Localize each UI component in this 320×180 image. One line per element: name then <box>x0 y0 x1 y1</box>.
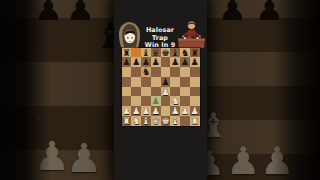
square-h4[interactable] <box>190 87 200 97</box>
white-pawn-e4: ♟ <box>161 87 169 96</box>
square-a1[interactable]: ♜ <box>122 116 132 126</box>
hooded-figure <box>117 21 142 48</box>
square-d2[interactable]: ♟ <box>151 106 161 116</box>
background-white-pawn: ♟ <box>66 138 102 178</box>
square-g5[interactable] <box>180 77 190 87</box>
square-b7[interactable]: ♟ <box>131 57 141 67</box>
black-pawn-b7: ♟ <box>132 57 140 66</box>
square-c2[interactable]: ♟ <box>141 106 151 116</box>
square-b5[interactable] <box>131 77 141 87</box>
square-b6[interactable] <box>131 67 141 77</box>
square-e1[interactable]: ♚ <box>161 116 171 126</box>
square-g3[interactable] <box>180 96 190 106</box>
black-pawn-f7: ♟ <box>171 57 179 66</box>
square-b1[interactable]: ♞ <box>131 116 141 126</box>
square-b2[interactable]: ♟ <box>131 106 141 116</box>
square-f2[interactable]: ♟ <box>170 106 180 116</box>
background-white-pawn: ♟ <box>226 142 260 180</box>
square-a3[interactable] <box>122 96 132 106</box>
center-strip: Halosar Trap Win In 9 Moves <box>114 0 207 180</box>
black-queen-d8: ♛ <box>151 48 159 57</box>
black-pawn-e5: ♟ <box>161 77 169 86</box>
square-g4[interactable] <box>180 87 190 97</box>
header: Halosar Trap Win In 9 Moves <box>114 18 207 48</box>
square-a8[interactable]: ♜ <box>122 48 132 58</box>
square-h2[interactable]: ♟ <box>190 106 200 116</box>
square-h7[interactable]: ♟ <box>190 57 200 67</box>
black-pawn-h7: ♟ <box>190 57 198 66</box>
square-b8[interactable] <box>131 48 141 58</box>
black-pawn-c7: ♟ <box>142 57 150 66</box>
background-rank-label-5: 5 <box>37 83 40 88</box>
black-bishop-c8: ♝ <box>142 48 150 57</box>
background-rank-label-6: 6 <box>37 50 40 55</box>
white-pawn-d2: ♟ <box>151 106 159 115</box>
chess-board: ♜♝♛♚♝♞♜♟♟♟♟♟♟♟♞♟♟♟♞♟♟♟♟♟♟♟♜♞♝♛♚♝♜ <box>122 48 200 126</box>
square-d7[interactable]: ♟ <box>151 57 161 67</box>
white-queen-d1: ♛ <box>151 116 159 125</box>
square-e5[interactable]: ♟ <box>161 77 171 87</box>
background-black-pawn: ♟ <box>34 0 63 25</box>
square-e3[interactable] <box>161 96 171 106</box>
background-white-pawn: ♟ <box>34 136 70 176</box>
white-pawn-h2: ♟ <box>190 106 198 115</box>
black-rook-a8: ♜ <box>122 48 130 57</box>
white-pawn-f2: ♟ <box>171 106 179 115</box>
square-a7[interactable]: ♟ <box>122 57 132 67</box>
square-e2[interactable] <box>161 106 171 116</box>
square-g2[interactable]: ♟ <box>180 106 190 116</box>
square-e4[interactable]: ♟ <box>161 87 171 97</box>
white-pawn-g2: ♟ <box>181 106 189 115</box>
background-black-pawn: ♟ <box>218 0 247 25</box>
square-a2[interactable]: ♟ <box>122 106 132 116</box>
white-pawn-b2: ♟ <box>132 106 140 115</box>
white-knight-f3: ♞ <box>171 96 179 105</box>
square-e8[interactable]: ♚ <box>161 48 171 58</box>
white-pawn-a2: ♟ <box>122 106 130 115</box>
black-rook-h8: ♜ <box>190 48 198 57</box>
black-bishop-f8: ♝ <box>171 48 179 57</box>
hooded-figure-icon <box>117 21 142 48</box>
square-g1[interactable] <box>180 116 190 126</box>
black-knight-c6: ♞ <box>142 67 150 76</box>
background-rank-label-3: 3 <box>37 148 40 153</box>
square-g7[interactable]: ♟ <box>180 57 190 67</box>
square-h3[interactable] <box>190 96 200 106</box>
title-line-1: Halosar Trap <box>140 27 180 42</box>
presenter-figure <box>177 19 206 48</box>
background-black-pawn: ♟ <box>255 0 284 25</box>
white-king-e1: ♚ <box>161 116 169 125</box>
square-h5[interactable] <box>190 77 200 87</box>
background-black-pawn: ♟ <box>66 0 95 25</box>
background-rank-label-4: 4 <box>37 116 40 121</box>
square-h1[interactable]: ♜ <box>190 116 200 126</box>
white-pawn-c2: ♟ <box>142 106 150 115</box>
white-rook-a1: ♜ <box>122 116 130 125</box>
square-c5[interactable] <box>141 77 151 87</box>
square-g8[interactable]: ♞ <box>180 48 190 58</box>
square-c3[interactable] <box>141 96 151 106</box>
square-a5[interactable] <box>122 77 132 87</box>
video-frame: ♟♟♝♟♟6543 ♟♟♝♟♟♟ Halosar Trap Win In 9 M… <box>0 0 320 180</box>
square-e7[interactable] <box>161 57 171 67</box>
square-f6[interactable] <box>170 67 180 77</box>
white-bishop-c1: ♝ <box>142 116 150 125</box>
square-f4[interactable] <box>170 87 180 97</box>
square-d6[interactable] <box>151 67 161 77</box>
square-c4[interactable] <box>141 87 151 97</box>
square-b3[interactable] <box>131 96 141 106</box>
black-king-e8: ♚ <box>161 48 169 57</box>
square-f3[interactable]: ♞ <box>170 96 180 106</box>
square-f1[interactable]: ♝ <box>170 116 180 126</box>
black-knight-g8: ♞ <box>181 48 189 57</box>
hint-ghost-pawn-d3: ♟ <box>151 96 159 105</box>
background-white-pawn: ♟ <box>260 142 294 180</box>
square-d5[interactable] <box>151 77 161 87</box>
square-f7[interactable]: ♟ <box>170 57 180 67</box>
square-h6[interactable] <box>190 67 200 77</box>
white-knight-b1: ♞ <box>132 116 140 125</box>
square-c8[interactable]: ♝ <box>141 48 151 58</box>
white-rook-h1: ♜ <box>190 116 198 125</box>
black-pawn-a7: ♟ <box>122 57 130 66</box>
square-d3[interactable]: ♟ <box>151 96 161 106</box>
square-a6[interactable] <box>122 67 132 77</box>
square-c7[interactable]: ♟ <box>141 57 151 67</box>
presenter-at-desk-icon <box>177 19 206 48</box>
square-c6[interactable]: ♞ <box>141 67 151 77</box>
square-c1[interactable]: ♝ <box>141 116 151 126</box>
square-f8[interactable]: ♝ <box>170 48 180 58</box>
black-pawn-d7: ♟ <box>151 57 159 66</box>
background-board-right: ♟♟♝♟♟♟ <box>200 0 320 180</box>
white-bishop-f1: ♝ <box>171 116 179 125</box>
square-b4[interactable] <box>131 87 141 97</box>
square-g6[interactable] <box>180 67 190 77</box>
square-h8[interactable]: ♜ <box>190 48 200 58</box>
square-d8[interactable]: ♛ <box>151 48 161 58</box>
square-f5[interactable] <box>170 77 180 87</box>
square-a4[interactable] <box>122 87 132 97</box>
black-pawn-g7: ♟ <box>181 57 189 66</box>
background-board-left: ♟♟♝♟♟6543 <box>0 0 120 180</box>
square-d4[interactable] <box>151 87 161 97</box>
square-d1[interactable]: ♛ <box>151 116 161 126</box>
square-e6[interactable] <box>161 67 171 77</box>
